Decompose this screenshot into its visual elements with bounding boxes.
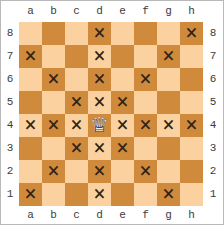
- square-c6[interactable]: [65, 68, 88, 91]
- square-h1[interactable]: [180, 183, 203, 206]
- square-c7[interactable]: [65, 45, 88, 68]
- square-f3[interactable]: [134, 137, 157, 160]
- attack-mark-icon: ×: [93, 94, 106, 110]
- file-label-top-a: a: [19, 1, 42, 22]
- square-h7[interactable]: [180, 45, 203, 68]
- square-b6[interactable]: ×: [42, 68, 65, 91]
- square-c5[interactable]: ×: [65, 91, 88, 114]
- attack-mark-icon: ×: [93, 25, 106, 41]
- attack-mark-icon: ×: [139, 71, 152, 87]
- attack-mark-icon: ×: [93, 71, 106, 87]
- square-h5[interactable]: [180, 91, 203, 114]
- attack-mark-icon: ×: [185, 117, 198, 133]
- attack-mark-icon: ×: [93, 48, 106, 64]
- file-label-top-f: f: [134, 1, 157, 22]
- attack-mark-icon: ×: [47, 71, 60, 87]
- square-e3[interactable]: ×: [111, 137, 134, 160]
- file-label-top-d: d: [88, 1, 111, 22]
- square-g5[interactable]: [157, 91, 180, 114]
- square-b2[interactable]: ×: [42, 160, 65, 183]
- square-d6[interactable]: ×: [88, 68, 111, 91]
- square-h6[interactable]: [180, 68, 203, 91]
- square-b8[interactable]: [42, 22, 65, 45]
- rank-label-right-8: 8: [203, 22, 223, 45]
- square-a4[interactable]: ×: [19, 114, 42, 137]
- square-e6[interactable]: [111, 68, 134, 91]
- square-h3[interactable]: [180, 137, 203, 160]
- attack-mark-icon: ×: [162, 48, 175, 64]
- rank-label-left-1: 1: [1, 183, 19, 206]
- rank-label-left-8: 8: [1, 22, 19, 45]
- attack-mark-icon: ×: [24, 117, 37, 133]
- rank-label-right-2: 2: [203, 160, 223, 183]
- file-label-top-h: h: [180, 1, 203, 22]
- file-label-bottom-a: a: [19, 206, 42, 224]
- square-h8[interactable]: ×: [180, 22, 203, 45]
- file-label-bottom-b: b: [42, 206, 65, 224]
- square-d8[interactable]: ×: [88, 22, 111, 45]
- rank-label-right-3: 3: [203, 137, 223, 160]
- square-d5[interactable]: ×: [88, 91, 111, 114]
- attack-mark-icon: ×: [70, 94, 83, 110]
- square-d4[interactable]: ♛♕: [88, 114, 111, 137]
- file-label-top-c: c: [65, 1, 88, 22]
- square-g2[interactable]: [157, 160, 180, 183]
- file-label-bottom-h: h: [180, 206, 203, 224]
- square-c2[interactable]: [65, 160, 88, 183]
- attack-mark-icon: ×: [93, 186, 106, 202]
- square-g7[interactable]: ×: [157, 45, 180, 68]
- attack-mark-icon: ×: [162, 186, 175, 202]
- attack-mark-icon: ×: [70, 140, 83, 156]
- square-e8[interactable]: [111, 22, 134, 45]
- square-h4[interactable]: ×: [180, 114, 203, 137]
- square-a5[interactable]: [19, 91, 42, 114]
- square-f5[interactable]: [134, 91, 157, 114]
- file-label-top-e: e: [111, 1, 134, 22]
- rank-label-left-7: 7: [1, 45, 19, 68]
- square-g4[interactable]: ×: [157, 114, 180, 137]
- file-label-bottom-c: c: [65, 206, 88, 224]
- attack-mark-icon: ×: [93, 163, 106, 179]
- rank-label-right-7: 7: [203, 45, 223, 68]
- rank-label-right-5: 5: [203, 91, 223, 114]
- attack-mark-icon: ×: [139, 163, 152, 179]
- square-b4[interactable]: ×: [42, 114, 65, 137]
- square-b1[interactable]: [42, 183, 65, 206]
- attack-mark-icon: ×: [24, 186, 37, 202]
- square-f8[interactable]: [134, 22, 157, 45]
- rank-label-left-6: 6: [1, 68, 19, 91]
- rank-label-right-1: 1: [203, 183, 223, 206]
- square-d2[interactable]: ×: [88, 160, 111, 183]
- rank-label-left-4: 4: [1, 114, 19, 137]
- square-a1[interactable]: ×: [19, 183, 42, 206]
- square-g6[interactable]: [157, 68, 180, 91]
- rank-label-left-3: 3: [1, 137, 19, 160]
- square-b7[interactable]: [42, 45, 65, 68]
- square-c1[interactable]: [65, 183, 88, 206]
- square-f1[interactable]: [134, 183, 157, 206]
- square-f6[interactable]: ×: [134, 68, 157, 91]
- square-b5[interactable]: [42, 91, 65, 114]
- square-d3[interactable]: ×: [88, 137, 111, 160]
- square-e7[interactable]: [111, 45, 134, 68]
- square-d1[interactable]: ×: [88, 183, 111, 206]
- square-a7[interactable]: ×: [19, 45, 42, 68]
- attack-mark-icon: ×: [47, 117, 60, 133]
- square-e5[interactable]: ×: [111, 91, 134, 114]
- square-e4[interactable]: ×: [111, 114, 134, 137]
- corner-bottom-left: [1, 206, 19, 224]
- attack-mark-icon: ×: [116, 140, 129, 156]
- attack-mark-icon: ×: [116, 94, 129, 110]
- attack-mark-icon: ×: [24, 48, 37, 64]
- attack-mark-icon: ×: [47, 163, 60, 179]
- attack-mark-icon: ×: [116, 117, 129, 133]
- file-label-bottom-g: g: [157, 206, 180, 224]
- attack-mark-icon: ×: [93, 140, 106, 156]
- square-a6[interactable]: [19, 68, 42, 91]
- file-label-top-g: g: [157, 1, 180, 22]
- attack-mark-icon: ×: [139, 117, 152, 133]
- attack-mark-icon: ×: [185, 25, 198, 41]
- white-queen-outline: ♕: [90, 114, 109, 135]
- file-label-bottom-e: e: [111, 206, 134, 224]
- square-a8[interactable]: [19, 22, 42, 45]
- rank-label-left-5: 5: [1, 91, 19, 114]
- rank-label-right-6: 6: [203, 68, 223, 91]
- square-e1[interactable]: [111, 183, 134, 206]
- square-f2[interactable]: ×: [134, 160, 157, 183]
- square-c4[interactable]: ×: [65, 114, 88, 137]
- square-d7[interactable]: ×: [88, 45, 111, 68]
- file-label-bottom-d: d: [88, 206, 111, 224]
- square-c3[interactable]: ×: [65, 137, 88, 160]
- diagram-frame: abcdefgh8××87×××76×××65×××54×××♛♕××××43×…: [0, 0, 224, 225]
- file-label-top-b: b: [42, 1, 65, 22]
- square-b3[interactable]: [42, 137, 65, 160]
- square-f7[interactable]: [134, 45, 157, 68]
- square-f4[interactable]: ×: [134, 114, 157, 137]
- square-a3[interactable]: [19, 137, 42, 160]
- white-queen-icon[interactable]: ♛♕: [88, 114, 111, 137]
- square-h2[interactable]: [180, 160, 203, 183]
- corner-top-left: [1, 1, 19, 22]
- square-g8[interactable]: [157, 22, 180, 45]
- attack-mark-icon: ×: [70, 117, 83, 133]
- attack-mark-icon: ×: [162, 117, 175, 133]
- square-e2[interactable]: [111, 160, 134, 183]
- board-grid: abcdefgh8××87×××76×××65×××54×××♛♕××××43×…: [1, 1, 223, 224]
- file-label-bottom-f: f: [134, 206, 157, 224]
- corner-top-right: [203, 1, 223, 22]
- square-c8[interactable]: [65, 22, 88, 45]
- rank-label-left-2: 2: [1, 160, 19, 183]
- square-g1[interactable]: ×: [157, 183, 180, 206]
- corner-bottom-right: [203, 206, 223, 224]
- square-g3[interactable]: [157, 137, 180, 160]
- square-a2[interactable]: [19, 160, 42, 183]
- rank-label-right-4: 4: [203, 114, 223, 137]
